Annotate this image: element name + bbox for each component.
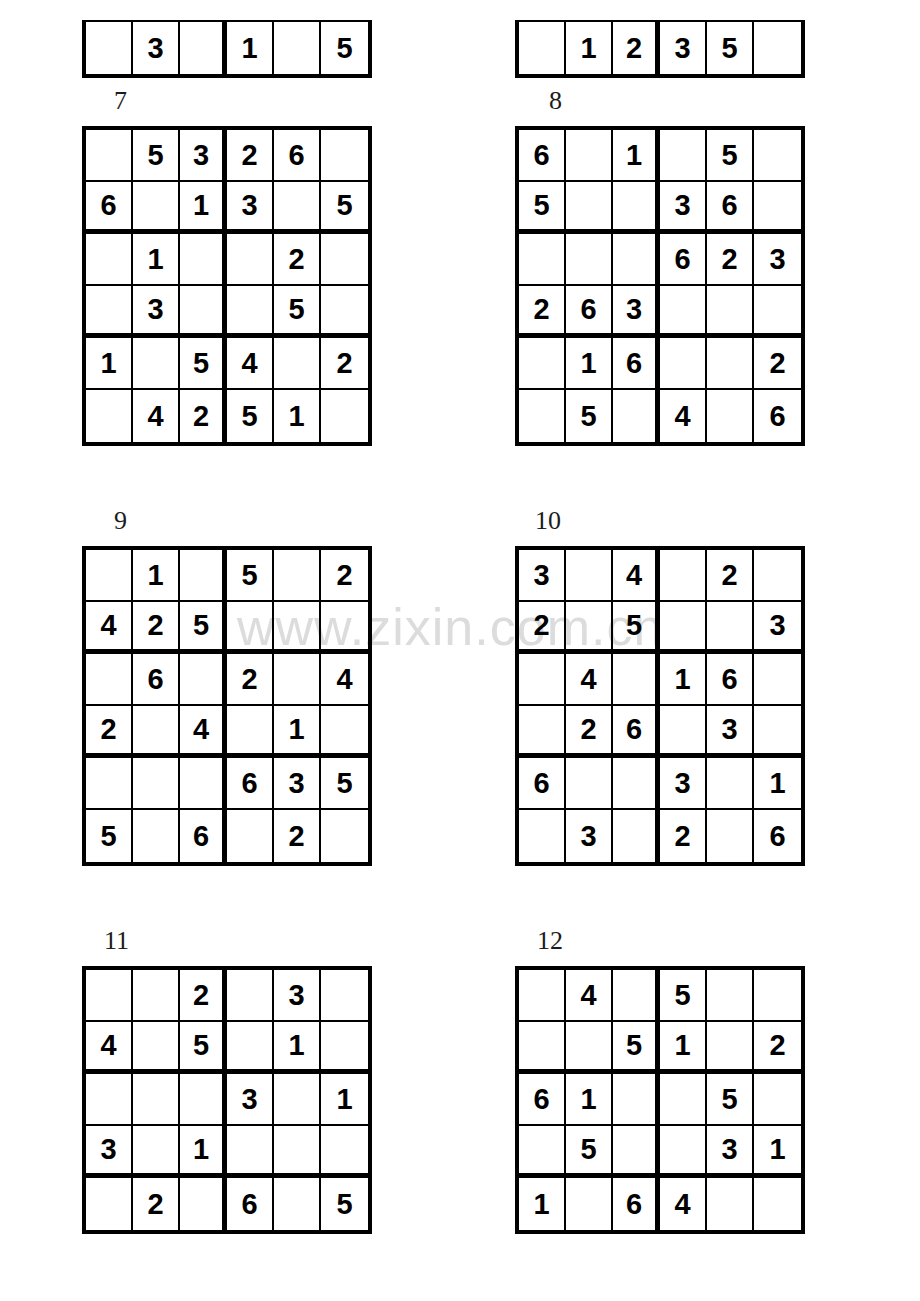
empty-cell[interactable] (519, 706, 566, 758)
empty-cell[interactable] (86, 550, 133, 602)
empty-cell[interactable] (274, 602, 321, 654)
empty-cell[interactable] (133, 758, 180, 810)
empty-cell[interactable] (86, 22, 133, 74)
given-cell: 2 (754, 338, 801, 390)
empty-cell[interactable] (566, 130, 613, 182)
empty-cell[interactable] (566, 1022, 613, 1074)
given-cell: 3 (707, 706, 754, 758)
empty-cell[interactable] (754, 286, 801, 338)
empty-cell[interactable] (133, 970, 180, 1022)
empty-cell[interactable] (227, 970, 274, 1022)
given-cell: 2 (227, 654, 274, 706)
given-cell: 4 (566, 970, 613, 1022)
given-cell: 4 (227, 338, 274, 390)
given-cell: 1 (180, 182, 227, 234)
empty-cell[interactable] (227, 1022, 274, 1074)
empty-cell[interactable] (660, 1074, 707, 1126)
sudoku-grid-8: 615536623263162546 (515, 126, 805, 446)
given-cell: 6 (227, 1178, 274, 1230)
empty-cell[interactable] (660, 706, 707, 758)
given-cell: 1 (566, 22, 613, 74)
empty-cell[interactable] (227, 286, 274, 338)
empty-cell[interactable] (707, 286, 754, 338)
given-cell: 3 (566, 810, 613, 862)
empty-cell[interactable] (227, 706, 274, 758)
given-cell: 3 (227, 182, 274, 234)
puzzle-label-7: 7 (114, 86, 127, 116)
sudoku-grid-12: 45512615531164 (515, 966, 805, 1234)
empty-cell[interactable] (707, 602, 754, 654)
given-cell: 5 (566, 1126, 613, 1178)
given-cell: 3 (707, 1126, 754, 1178)
empty-cell[interactable] (613, 390, 660, 442)
empty-cell[interactable] (613, 970, 660, 1022)
given-cell: 3 (519, 550, 566, 602)
given-cell: 6 (754, 390, 801, 442)
puzzle-label-10: 10 (535, 506, 561, 536)
empty-cell[interactable] (86, 234, 133, 286)
given-cell: 6 (754, 810, 801, 862)
empty-cell[interactable] (133, 810, 180, 862)
given-cell: 5 (613, 602, 660, 654)
given-cell: 5 (227, 390, 274, 442)
given-cell: 1 (660, 1022, 707, 1074)
given-cell: 1 (133, 550, 180, 602)
empty-cell[interactable] (660, 550, 707, 602)
given-cell: 5 (613, 1022, 660, 1074)
empty-cell[interactable] (613, 810, 660, 862)
given-cell: 2 (613, 22, 660, 74)
empty-cell[interactable] (566, 234, 613, 286)
given-cell: 5 (566, 390, 613, 442)
empty-cell[interactable] (321, 602, 368, 654)
given-cell: 3 (660, 22, 707, 74)
empty-cell[interactable] (180, 758, 227, 810)
given-cell: 5 (180, 338, 227, 390)
given-cell: 4 (321, 654, 368, 706)
given-cell: 3 (274, 758, 321, 810)
given-cell: 6 (613, 1178, 660, 1230)
sudoku-grid-fragment-left: 315 (82, 20, 372, 78)
empty-cell[interactable] (321, 390, 368, 442)
given-cell: 5 (707, 22, 754, 74)
empty-cell[interactable] (180, 286, 227, 338)
given-cell: 6 (519, 1074, 566, 1126)
empty-cell[interactable] (321, 286, 368, 338)
given-cell: 6 (86, 182, 133, 234)
given-cell: 4 (660, 1178, 707, 1230)
empty-cell[interactable] (86, 286, 133, 338)
puzzle-label-11: 11 (104, 926, 129, 956)
given-cell: 6 (613, 706, 660, 758)
given-cell: 3 (133, 286, 180, 338)
given-cell: 6 (274, 130, 321, 182)
given-cell: 2 (86, 706, 133, 758)
given-cell: 6 (707, 654, 754, 706)
empty-cell[interactable] (566, 758, 613, 810)
given-cell: 3 (613, 286, 660, 338)
given-cell: 5 (180, 602, 227, 654)
given-cell: 1 (321, 1074, 368, 1126)
given-cell: 4 (86, 602, 133, 654)
empty-cell[interactable] (274, 338, 321, 390)
given-cell: 3 (180, 130, 227, 182)
empty-cell[interactable] (754, 130, 801, 182)
empty-cell[interactable] (274, 550, 321, 602)
empty-cell[interactable] (707, 338, 754, 390)
empty-cell[interactable] (660, 338, 707, 390)
empty-cell[interactable] (519, 654, 566, 706)
given-cell: 3 (227, 1074, 274, 1126)
empty-cell[interactable] (613, 1074, 660, 1126)
empty-cell[interactable] (274, 1074, 321, 1126)
given-cell: 1 (660, 654, 707, 706)
given-cell: 6 (180, 810, 227, 862)
given-cell: 1 (566, 338, 613, 390)
empty-cell[interactable] (660, 130, 707, 182)
empty-cell[interactable] (86, 390, 133, 442)
empty-cell[interactable] (754, 1178, 801, 1230)
empty-cell[interactable] (180, 1178, 227, 1230)
sudoku-grid-11: 234513131265 (82, 966, 372, 1234)
given-cell: 6 (707, 182, 754, 234)
given-cell: 5 (86, 810, 133, 862)
given-cell: 3 (274, 970, 321, 1022)
given-cell: 6 (519, 130, 566, 182)
given-cell: 5 (660, 970, 707, 1022)
empty-cell[interactable] (133, 338, 180, 390)
given-cell: 2 (660, 810, 707, 862)
given-cell: 1 (754, 758, 801, 810)
empty-cell[interactable] (613, 758, 660, 810)
empty-cell[interactable] (613, 1126, 660, 1178)
given-cell: 1 (613, 130, 660, 182)
given-cell: 4 (133, 390, 180, 442)
empty-cell[interactable] (519, 810, 566, 862)
given-cell: 1 (227, 22, 274, 74)
given-cell: 5 (519, 182, 566, 234)
empty-cell[interactable] (754, 22, 801, 74)
given-cell: 6 (133, 654, 180, 706)
given-cell: 2 (707, 550, 754, 602)
puzzle-label-12: 12 (537, 926, 563, 956)
empty-cell[interactable] (321, 234, 368, 286)
given-cell: 2 (519, 286, 566, 338)
empty-cell[interactable] (227, 234, 274, 286)
empty-cell[interactable] (321, 970, 368, 1022)
given-cell: 5 (321, 182, 368, 234)
given-cell: 2 (707, 234, 754, 286)
empty-cell[interactable] (321, 1022, 368, 1074)
empty-cell[interactable] (133, 1074, 180, 1126)
given-cell: 6 (660, 234, 707, 286)
given-cell: 1 (133, 234, 180, 286)
empty-cell[interactable] (707, 1022, 754, 1074)
empty-cell[interactable] (321, 130, 368, 182)
empty-cell[interactable] (519, 22, 566, 74)
given-cell: 6 (613, 338, 660, 390)
empty-cell[interactable] (227, 810, 274, 862)
given-cell: 2 (274, 810, 321, 862)
given-cell: 3 (660, 758, 707, 810)
empty-cell[interactable] (86, 970, 133, 1022)
empty-cell[interactable] (754, 654, 801, 706)
empty-cell[interactable] (566, 1178, 613, 1230)
given-cell: 1 (566, 1074, 613, 1126)
given-cell: 3 (86, 1126, 133, 1178)
empty-cell[interactable] (86, 1074, 133, 1126)
empty-cell[interactable] (133, 182, 180, 234)
empty-cell[interactable] (227, 1126, 274, 1178)
empty-cell[interactable] (660, 1126, 707, 1178)
given-cell: 5 (321, 1178, 368, 1230)
given-cell: 4 (566, 654, 613, 706)
sudoku-grid-9: 152425624241635562 (82, 546, 372, 866)
empty-cell[interactable] (180, 1074, 227, 1126)
given-cell: 5 (321, 758, 368, 810)
empty-cell[interactable] (707, 970, 754, 1022)
empty-cell[interactable] (227, 602, 274, 654)
puzzle-label-8: 8 (549, 86, 562, 116)
given-cell: 2 (180, 390, 227, 442)
empty-cell[interactable] (519, 234, 566, 286)
empty-cell[interactable] (707, 810, 754, 862)
given-cell: 5 (133, 130, 180, 182)
given-cell: 1 (180, 1126, 227, 1178)
empty-cell[interactable] (566, 550, 613, 602)
empty-cell[interactable] (754, 182, 801, 234)
empty-cell[interactable] (180, 234, 227, 286)
given-cell: 5 (274, 286, 321, 338)
given-cell: 3 (754, 602, 801, 654)
empty-cell[interactable] (519, 1126, 566, 1178)
sudoku-grid-10: 342253416263631326 (515, 546, 805, 866)
empty-cell[interactable] (519, 1022, 566, 1074)
empty-cell[interactable] (274, 654, 321, 706)
empty-cell[interactable] (274, 182, 321, 234)
given-cell: 1 (274, 706, 321, 758)
sudoku-grid-fragment-right: 1235 (515, 20, 805, 78)
given-cell: 4 (86, 1022, 133, 1074)
empty-cell[interactable] (86, 130, 133, 182)
empty-cell[interactable] (754, 970, 801, 1022)
empty-cell[interactable] (133, 706, 180, 758)
given-cell: 3 (754, 234, 801, 286)
empty-cell[interactable] (707, 1178, 754, 1230)
given-cell: 5 (707, 130, 754, 182)
empty-cell[interactable] (660, 286, 707, 338)
empty-cell[interactable] (613, 654, 660, 706)
empty-cell[interactable] (660, 602, 707, 654)
puzzle-label-9: 9 (114, 506, 127, 536)
given-cell: 2 (133, 1178, 180, 1230)
given-cell: 3 (133, 22, 180, 74)
empty-cell[interactable] (754, 550, 801, 602)
empty-cell[interactable] (566, 182, 613, 234)
given-cell: 5 (321, 22, 368, 74)
given-cell: 2 (321, 338, 368, 390)
given-cell: 3 (660, 182, 707, 234)
empty-cell[interactable] (321, 810, 368, 862)
empty-cell[interactable] (754, 706, 801, 758)
empty-cell[interactable] (86, 654, 133, 706)
empty-cell[interactable] (707, 758, 754, 810)
empty-cell[interactable] (180, 22, 227, 74)
empty-cell[interactable] (754, 1074, 801, 1126)
given-cell: 6 (519, 758, 566, 810)
given-cell: 1 (86, 338, 133, 390)
empty-cell[interactable] (274, 22, 321, 74)
empty-cell[interactable] (133, 1126, 180, 1178)
empty-cell[interactable] (707, 390, 754, 442)
empty-cell[interactable] (274, 1126, 321, 1178)
given-cell: 1 (274, 1022, 321, 1074)
given-cell: 6 (566, 286, 613, 338)
sudoku-grid-7: 53266135123515424251 (82, 126, 372, 446)
given-cell: 4 (613, 550, 660, 602)
empty-cell[interactable] (274, 1178, 321, 1230)
given-cell: 2 (133, 602, 180, 654)
given-cell: 1 (754, 1126, 801, 1178)
given-cell: 4 (660, 390, 707, 442)
empty-cell[interactable] (613, 234, 660, 286)
empty-cell[interactable] (321, 1126, 368, 1178)
empty-cell[interactable] (519, 390, 566, 442)
given-cell: 5 (180, 1022, 227, 1074)
empty-cell[interactable] (86, 758, 133, 810)
given-cell: 1 (519, 1178, 566, 1230)
given-cell: 1 (274, 390, 321, 442)
empty-cell[interactable] (180, 654, 227, 706)
empty-cell[interactable] (321, 706, 368, 758)
given-cell: 5 (707, 1074, 754, 1126)
given-cell: 2 (321, 550, 368, 602)
given-cell: 2 (227, 130, 274, 182)
empty-cell[interactable] (180, 550, 227, 602)
given-cell: 2 (566, 706, 613, 758)
given-cell: 6 (227, 758, 274, 810)
empty-cell[interactable] (133, 1022, 180, 1074)
given-cell: 5 (227, 550, 274, 602)
empty-cell[interactable] (613, 182, 660, 234)
empty-cell[interactable] (519, 338, 566, 390)
given-cell: 2 (274, 234, 321, 286)
empty-cell[interactable] (86, 1178, 133, 1230)
given-cell: 2 (519, 602, 566, 654)
given-cell: 2 (180, 970, 227, 1022)
given-cell: 2 (754, 1022, 801, 1074)
empty-cell[interactable] (519, 970, 566, 1022)
given-cell: 4 (180, 706, 227, 758)
empty-cell[interactable] (566, 602, 613, 654)
